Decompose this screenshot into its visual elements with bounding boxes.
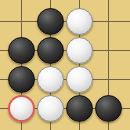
white-stone[interactable]	[37, 66, 64, 93]
intersection[interactable]	[7, 65, 36, 94]
intersection[interactable]	[7, 7, 36, 36]
intersection[interactable]	[65, 7, 94, 36]
go-board	[0, 0, 130, 130]
intersection[interactable]	[36, 36, 65, 65]
black-stone[interactable]	[37, 37, 64, 64]
intersection[interactable]	[36, 65, 65, 94]
intersection[interactable]	[36, 94, 65, 123]
black-stone[interactable]	[37, 8, 64, 35]
black-stone[interactable]	[8, 37, 35, 64]
intersection[interactable]	[65, 65, 94, 94]
intersection[interactable]	[36, 7, 65, 36]
black-stone[interactable]	[95, 95, 122, 122]
intersection[interactable]	[7, 36, 36, 65]
intersection[interactable]	[94, 36, 123, 65]
intersection[interactable]	[7, 94, 36, 123]
white-stone[interactable]	[37, 95, 64, 122]
intersection[interactable]	[94, 94, 123, 123]
intersection[interactable]	[65, 36, 94, 65]
white-stone[interactable]	[66, 66, 93, 93]
black-stone[interactable]	[66, 95, 93, 122]
white-stone-last-move[interactable]	[8, 95, 35, 122]
intersection[interactable]	[94, 65, 123, 94]
black-stone[interactable]	[8, 66, 35, 93]
intersection[interactable]	[65, 94, 94, 123]
intersection[interactable]	[94, 7, 123, 36]
white-stone[interactable]	[66, 37, 93, 64]
intersection-grid	[7, 7, 123, 123]
white-stone[interactable]	[66, 8, 93, 35]
